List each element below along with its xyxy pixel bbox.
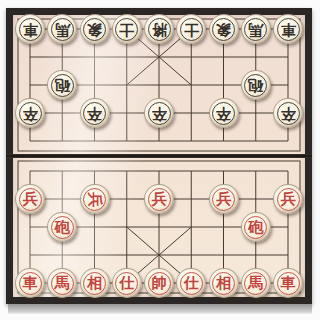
piece-glyph: 相 — [216, 276, 231, 291]
piece-black-soldier[interactable]: 卒 — [273, 98, 303, 128]
piece-glyph: 象 — [216, 22, 231, 37]
piece-black-advisor[interactable]: 士 — [112, 14, 142, 44]
piece-red-advisor[interactable]: 仕 — [176, 268, 206, 298]
piece-glyph: 仕 — [119, 276, 134, 291]
piece-glyph: 兵 — [87, 192, 102, 207]
piece-black-soldier[interactable]: 卒 — [80, 98, 110, 128]
piece-glyph: 卒 — [216, 106, 231, 121]
board-shadow — [8, 304, 312, 314]
piece-red-soldier[interactable]: 兵 — [144, 184, 174, 214]
piece-glyph: 士 — [119, 22, 134, 37]
piece-glyph: 砲 — [248, 78, 263, 93]
piece-red-advisor[interactable]: 仕 — [112, 268, 142, 298]
piece-glyph: 車 — [23, 22, 38, 37]
piece-black-chariot[interactable]: 車 — [15, 14, 45, 44]
piece-glyph: 象 — [87, 22, 102, 37]
piece-glyph: 馬 — [248, 276, 263, 291]
piece-red-general[interactable]: 帥 — [144, 268, 174, 298]
piece-black-horse[interactable]: 馬 — [241, 14, 271, 44]
piece-red-chariot[interactable]: 車 — [273, 268, 303, 298]
xiangqi-board: 車馬象士將士象馬車砲砲卒卒卒卒卒兵兵兵兵兵砲砲車馬相仕帥仕相馬車 — [6, 8, 312, 304]
piece-glyph: 卒 — [152, 106, 167, 121]
piece-glyph: 砲 — [248, 220, 263, 235]
piece-glyph: 帥 — [152, 276, 167, 291]
piece-glyph: 車 — [281, 22, 296, 37]
piece-black-advisor[interactable]: 士 — [176, 14, 206, 44]
piece-glyph: 仕 — [184, 276, 199, 291]
piece-glyph: 馬 — [55, 276, 70, 291]
piece-black-chariot[interactable]: 車 — [273, 14, 303, 44]
piece-glyph: 車 — [23, 276, 38, 291]
piece-red-elephant[interactable]: 相 — [80, 268, 110, 298]
scene: 車馬象士將士象馬車砲砲卒卒卒卒卒兵兵兵兵兵砲砲車馬相仕帥仕相馬車 — [0, 0, 320, 320]
piece-black-soldier[interactable]: 卒 — [209, 98, 239, 128]
piece-glyph: 卒 — [87, 106, 102, 121]
piece-glyph: 砲 — [55, 220, 70, 235]
pieces-layer: 車馬象士將士象馬車砲砲卒卒卒卒卒兵兵兵兵兵砲砲車馬相仕帥仕相馬車 — [13, 15, 305, 297]
piece-red-chariot[interactable]: 車 — [15, 268, 45, 298]
piece-red-horse[interactable]: 馬 — [47, 268, 77, 298]
piece-black-cannon[interactable]: 砲 — [47, 70, 77, 100]
piece-glyph: 砲 — [55, 78, 70, 93]
piece-black-elephant[interactable]: 象 — [80, 14, 110, 44]
piece-red-soldier[interactable]: 兵 — [80, 184, 110, 214]
piece-glyph: 馬 — [248, 22, 263, 37]
piece-glyph: 兵 — [23, 192, 38, 207]
piece-red-soldier[interactable]: 兵 — [15, 184, 45, 214]
piece-glyph: 馬 — [55, 22, 70, 37]
piece-glyph: 卒 — [281, 106, 296, 121]
piece-glyph: 兵 — [216, 192, 231, 207]
piece-glyph: 車 — [281, 276, 296, 291]
piece-black-general[interactable]: 將 — [144, 14, 174, 44]
piece-glyph: 士 — [184, 22, 199, 37]
piece-red-horse[interactable]: 馬 — [241, 268, 271, 298]
piece-red-soldier[interactable]: 兵 — [209, 184, 239, 214]
piece-black-elephant[interactable]: 象 — [209, 14, 239, 44]
piece-black-soldier[interactable]: 卒 — [15, 98, 45, 128]
piece-glyph: 將 — [152, 22, 167, 37]
piece-glyph: 卒 — [23, 106, 38, 121]
piece-black-horse[interactable]: 馬 — [47, 14, 77, 44]
piece-black-soldier[interactable]: 卒 — [144, 98, 174, 128]
piece-black-cannon[interactable]: 砲 — [241, 70, 271, 100]
piece-glyph: 兵 — [281, 192, 296, 207]
piece-red-cannon[interactable]: 砲 — [241, 212, 271, 242]
piece-red-cannon[interactable]: 砲 — [47, 212, 77, 242]
piece-red-elephant[interactable]: 相 — [209, 268, 239, 298]
board-surface: 車馬象士將士象馬車砲砲卒卒卒卒卒兵兵兵兵兵砲砲車馬相仕帥仕相馬車 — [13, 15, 305, 297]
piece-glyph: 相 — [87, 276, 102, 291]
piece-red-soldier[interactable]: 兵 — [273, 184, 303, 214]
piece-glyph: 兵 — [152, 192, 167, 207]
